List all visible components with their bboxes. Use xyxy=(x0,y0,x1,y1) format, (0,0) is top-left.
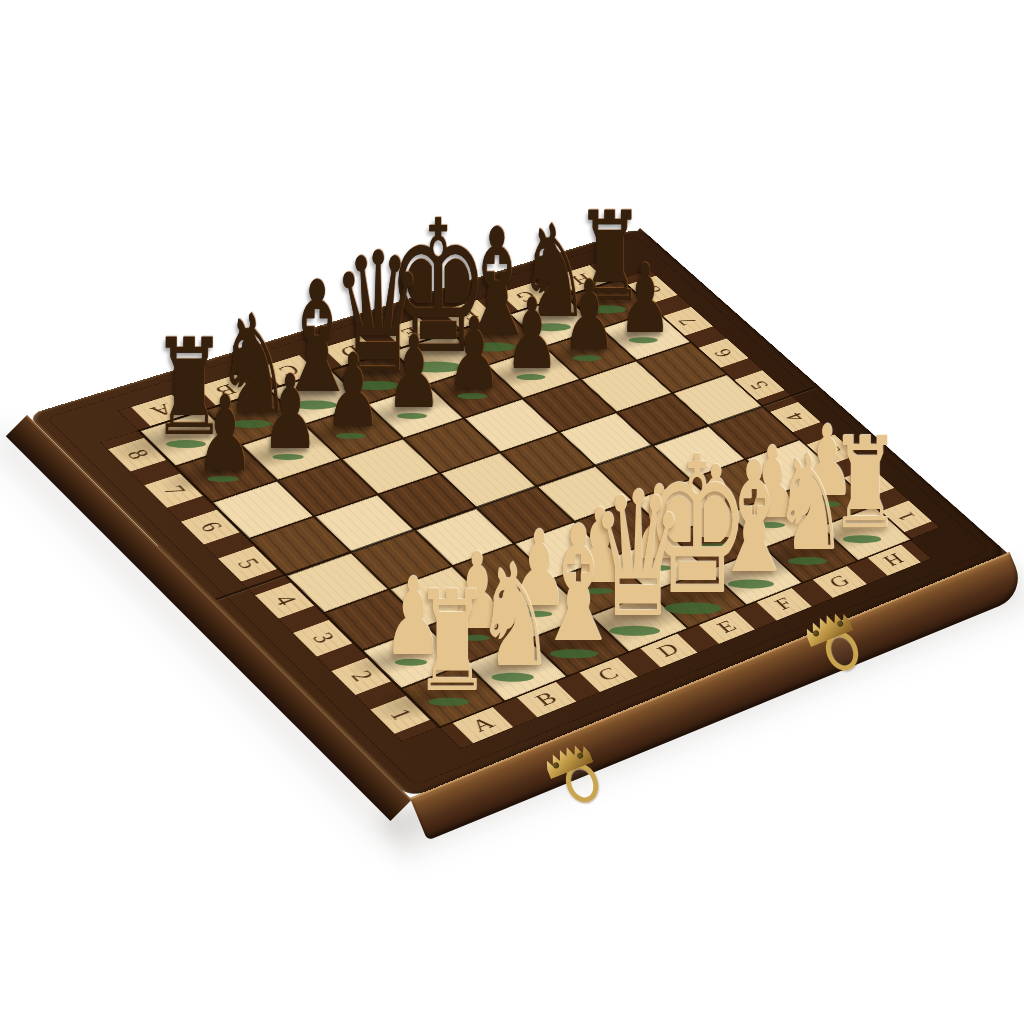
pieces-layer: ♜♞♟♝♟♚♟♛♟♝♟♞♟♜♟♟♟♟♜♟♞♟♝♟♚♟♛♟♝♟♞♜ xyxy=(0,0,1024,1024)
piece-black-pawn-b7[interactable]: ♟ xyxy=(261,361,318,464)
piece-black-pawn-h7[interactable]: ♟ xyxy=(618,251,671,346)
piece-black-pawn-e7[interactable]: ♟ xyxy=(447,304,502,403)
piece-black-pawn-a7[interactable]: ♟ xyxy=(196,382,254,486)
piece-black-pawn-g7[interactable]: ♟ xyxy=(563,268,617,365)
photo-scene: ABCDEFGH ABCDEFGH 87654321 87654321 ♜♞♟♝… xyxy=(0,0,1024,1024)
piece-black-pawn-f7[interactable]: ♟ xyxy=(505,286,559,384)
piece-white-rook-a1[interactable]: ♜ xyxy=(413,573,490,712)
piece-black-pawn-d7[interactable]: ♟ xyxy=(386,323,442,423)
piece-black-pawn-c7[interactable]: ♟ xyxy=(325,342,381,444)
